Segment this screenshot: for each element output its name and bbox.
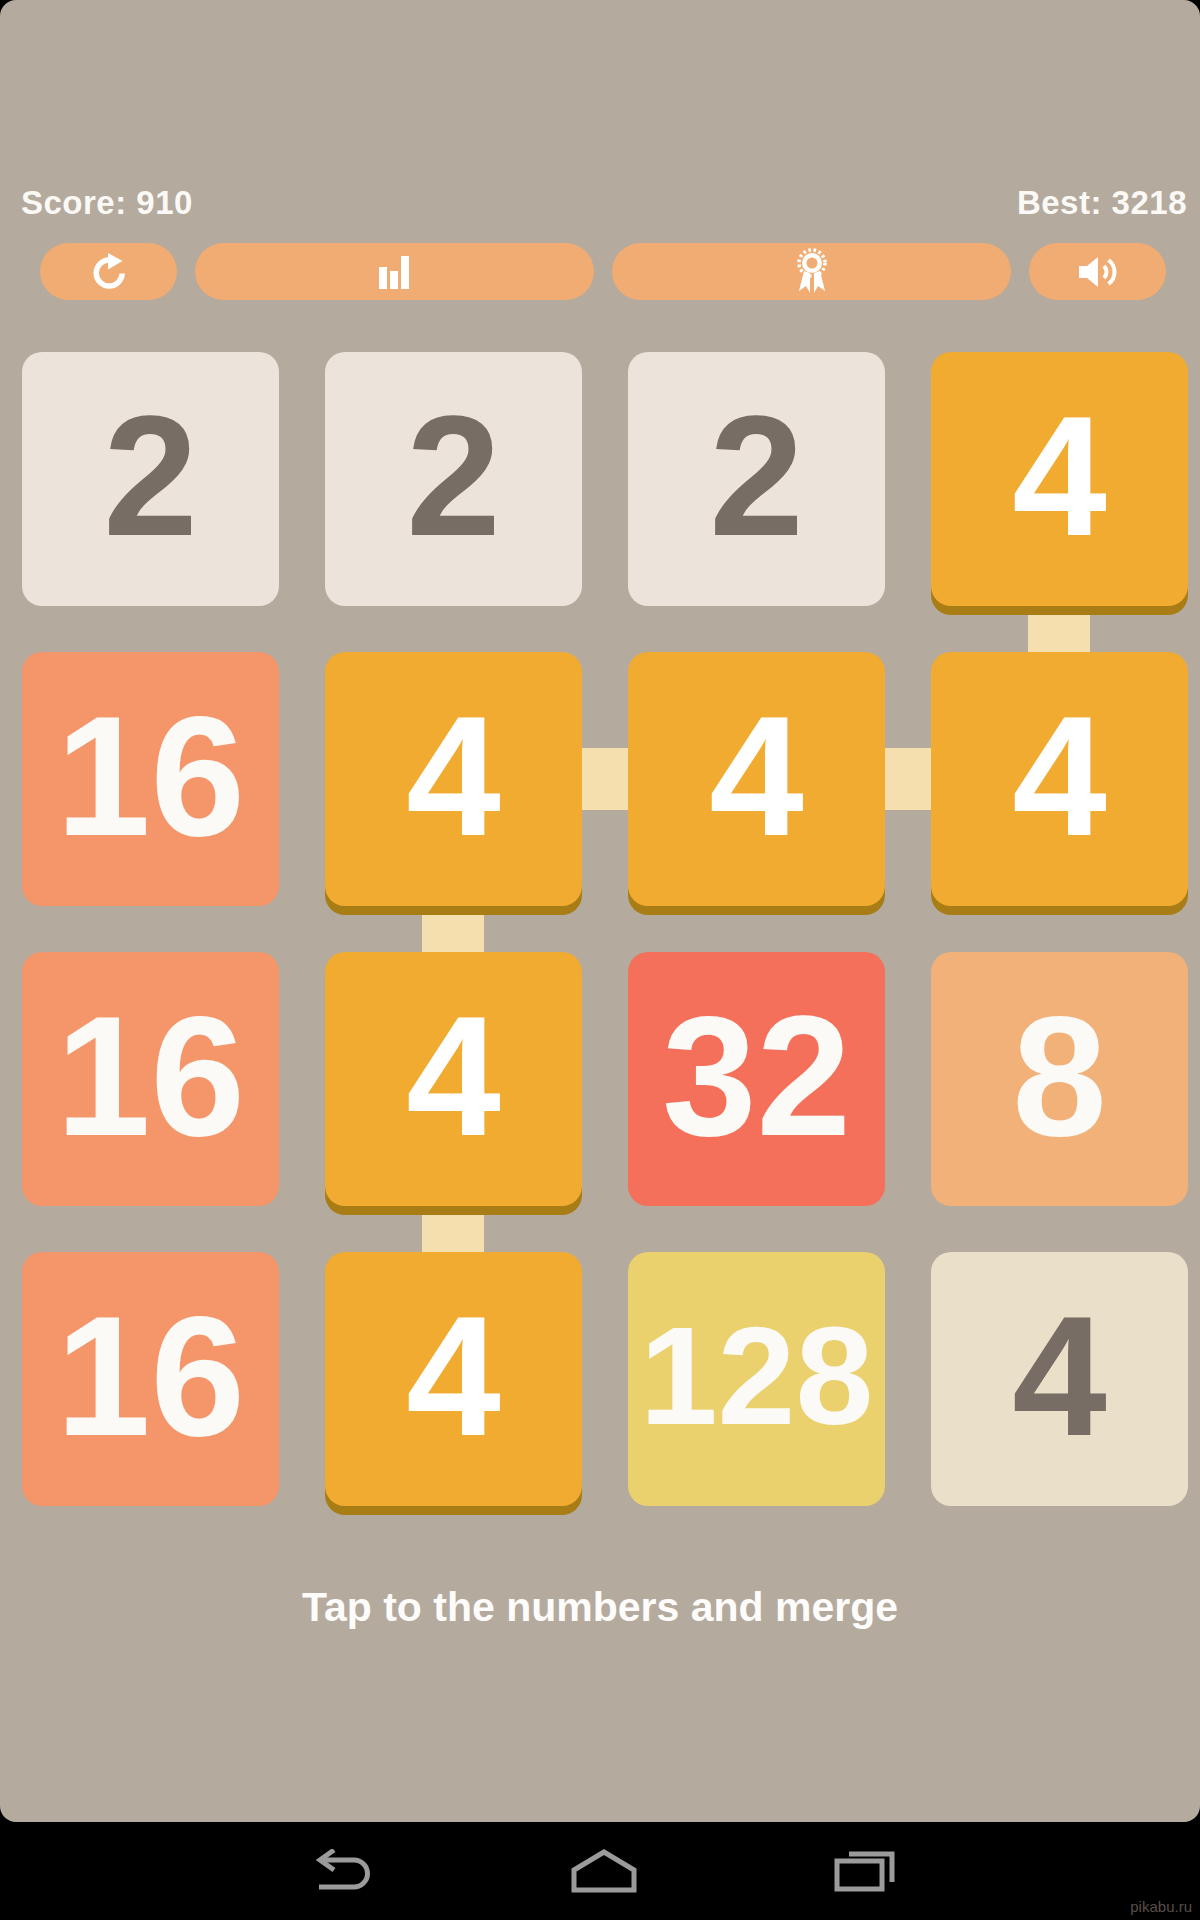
recents-button[interactable]	[826, 1849, 902, 1893]
tile-r3c2[interactable]: 128	[628, 1252, 885, 1506]
speaker-icon	[1075, 254, 1121, 290]
android-navbar	[0, 1822, 1200, 1920]
tile-r3c3[interactable]: 4	[931, 1252, 1188, 1506]
chain-connector	[578, 748, 634, 810]
app-screen: Score: 910 Best: 3218	[0, 0, 1200, 1822]
restart-button[interactable]	[40, 243, 177, 300]
chain-connector	[422, 902, 484, 958]
medal-icon	[792, 247, 832, 297]
home-button[interactable]	[566, 1849, 642, 1893]
tile-r2c0[interactable]: 16	[22, 952, 279, 1206]
stats-button[interactable]	[195, 243, 594, 300]
score-label: Score: 910	[21, 184, 193, 222]
tile-r1c3[interactable]: 4	[931, 652, 1188, 906]
toolbar	[40, 243, 1166, 300]
achievements-button[interactable]	[612, 243, 1011, 300]
tile-r2c3[interactable]: 8	[931, 952, 1188, 1206]
tile-r3c1[interactable]: 4	[325, 1252, 582, 1506]
tile-r0c2[interactable]: 2	[628, 352, 885, 606]
best-score-label: Best: 3218	[1017, 184, 1187, 222]
watermark: pikabu.ru	[1130, 1898, 1192, 1915]
bar-chart-icon	[378, 254, 412, 290]
tile-r2c1[interactable]: 4	[325, 952, 582, 1206]
chain-connector	[881, 748, 937, 810]
tile-r0c1[interactable]: 2	[325, 352, 582, 606]
recents-icon	[826, 1849, 902, 1893]
tile-r0c0[interactable]: 2	[22, 352, 279, 606]
chain-connector	[1028, 602, 1090, 658]
sound-button[interactable]	[1029, 243, 1166, 300]
instruction-text: Tap to the numbers and merge	[0, 1584, 1200, 1631]
back-icon	[306, 1849, 382, 1893]
refresh-icon	[89, 252, 129, 292]
tile-r1c1[interactable]: 4	[325, 652, 582, 906]
back-button[interactable]	[306, 1849, 382, 1893]
home-icon	[566, 1849, 642, 1893]
tile-r2c2[interactable]: 32	[628, 952, 885, 1206]
tile-r1c2[interactable]: 4	[628, 652, 885, 906]
tile-r3c0[interactable]: 16	[22, 1252, 279, 1506]
tile-r1c0[interactable]: 16	[22, 652, 279, 906]
tile-r0c3[interactable]: 4	[931, 352, 1188, 606]
chain-connector	[422, 1202, 484, 1258]
